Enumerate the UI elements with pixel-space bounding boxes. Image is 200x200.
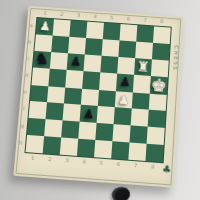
square xyxy=(63,104,81,122)
square xyxy=(98,90,116,108)
photo-scene: 12345678 abcdefgh ♟♞♟♜♟♚♟♟ 12345678 CHES… xyxy=(0,0,200,200)
coordinate-label: 1 xyxy=(31,155,35,161)
coordinate-label: d xyxy=(25,71,29,77)
coordinate-label: h xyxy=(19,139,23,145)
black-pawn-piece: ♟ xyxy=(83,107,95,120)
square xyxy=(133,74,151,93)
square xyxy=(44,119,62,137)
coordinate-label: 7 xyxy=(134,162,138,168)
square xyxy=(50,52,68,70)
square xyxy=(129,126,147,144)
square: ♟ xyxy=(115,91,133,109)
coordinate-label: f xyxy=(23,105,25,111)
coordinate-label: b xyxy=(28,38,32,44)
square xyxy=(114,108,132,126)
square xyxy=(46,103,64,121)
square xyxy=(111,141,129,159)
square xyxy=(60,138,78,156)
captured-piece-off-board xyxy=(110,185,131,200)
white-pawn-piece: ♟ xyxy=(118,93,130,106)
square xyxy=(120,24,138,41)
square xyxy=(69,20,87,37)
black-pawn-piece: ♟ xyxy=(70,55,82,68)
square xyxy=(97,106,115,124)
coordinate-label: 1 xyxy=(43,10,47,16)
square: ♟ xyxy=(36,18,54,35)
square xyxy=(81,88,99,106)
coordinate-label: a xyxy=(30,22,34,28)
square xyxy=(48,68,66,87)
coordinate-label: 2 xyxy=(60,11,64,17)
coordinate-label: e xyxy=(24,88,28,94)
black-pawn-piece: ♟ xyxy=(119,76,131,89)
coordinate-label: g xyxy=(21,122,25,128)
square xyxy=(77,139,95,157)
square xyxy=(65,69,83,88)
square xyxy=(82,71,100,90)
square xyxy=(53,19,71,36)
square xyxy=(31,67,49,86)
square xyxy=(43,136,61,154)
square xyxy=(94,140,112,158)
coordinate-label: 3 xyxy=(65,157,69,163)
square xyxy=(47,86,65,104)
coordinate-label: 4 xyxy=(82,158,86,164)
square xyxy=(85,38,103,56)
square xyxy=(61,121,79,139)
square xyxy=(27,118,45,136)
coordinate-label: 6 xyxy=(117,161,121,167)
coordinate-label: 5 xyxy=(110,15,114,21)
square xyxy=(51,35,69,53)
square xyxy=(136,25,154,42)
square xyxy=(135,41,153,59)
square xyxy=(99,72,117,91)
square: ♟ xyxy=(80,105,98,123)
square xyxy=(102,39,120,57)
brand-text: CHESS xyxy=(172,45,179,71)
coordinate-label: 6 xyxy=(127,16,131,22)
coordinate-label: 4 xyxy=(93,13,97,19)
square: ♜ xyxy=(134,58,152,76)
coordinate-label: 8 xyxy=(151,163,155,169)
square xyxy=(86,22,104,39)
square xyxy=(118,40,136,58)
square xyxy=(78,122,96,140)
brand-emblem-icon: ♣ xyxy=(162,164,172,175)
square: ♞ xyxy=(33,51,51,69)
square xyxy=(148,110,166,128)
square xyxy=(145,144,163,162)
square xyxy=(100,55,118,73)
white-king-piece: ♚ xyxy=(150,76,167,95)
white-pawn-piece: ♟ xyxy=(39,20,51,33)
coordinate-label: 3 xyxy=(77,12,81,18)
square xyxy=(103,23,121,40)
square xyxy=(30,85,48,103)
square: ♟ xyxy=(67,53,85,71)
square xyxy=(83,54,101,72)
square xyxy=(64,87,82,105)
square xyxy=(132,92,150,110)
coordinate-label: 2 xyxy=(48,156,52,162)
square: ♟ xyxy=(116,73,134,92)
square xyxy=(26,135,45,153)
square xyxy=(128,143,146,161)
chessboard-mat: 12345678 abcdefgh ♟♞♟♜♟♚♟♟ 12345678 CHES… xyxy=(13,6,183,188)
coordinate-label: 8 xyxy=(160,18,163,24)
white-rook-piece: ♜ xyxy=(136,59,149,74)
square xyxy=(95,123,113,141)
square xyxy=(29,101,47,119)
coordinate-label: 5 xyxy=(99,160,103,166)
square: ♚ xyxy=(150,76,168,95)
square xyxy=(147,127,165,145)
square xyxy=(153,26,171,43)
black-knight-piece: ♞ xyxy=(34,51,50,68)
square xyxy=(131,109,149,127)
coordinate-label: 7 xyxy=(143,17,147,23)
square xyxy=(152,43,170,61)
square xyxy=(149,93,167,111)
square xyxy=(117,57,135,75)
coordinate-label: c xyxy=(27,55,30,61)
square xyxy=(68,37,86,55)
board: ♟♞♟♜♟♚♟♟ xyxy=(24,17,171,163)
square xyxy=(112,124,130,142)
